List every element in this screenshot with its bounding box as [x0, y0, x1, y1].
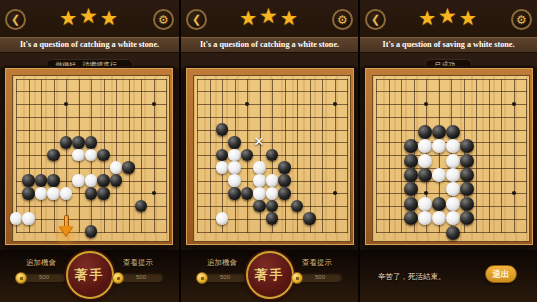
- black-stone: [432, 197, 446, 211]
- black-stone: [97, 187, 110, 200]
- black-stone: [47, 174, 60, 187]
- coin-count: 500: [202, 272, 248, 283]
- white-stone: [47, 187, 60, 200]
- black-stone: [216, 149, 229, 162]
- black-stone: [60, 136, 73, 149]
- white-stone: [228, 149, 241, 162]
- bottom-bar: 辛苦了，死活結束。 退出: [360, 250, 537, 302]
- black-stone: [404, 168, 418, 182]
- star-icon: ★: [79, 4, 100, 28]
- panel-capture-2: ❮ ★★★ ⚙ It's a question of catching a wh…: [179, 0, 358, 302]
- white-stone: [266, 174, 279, 187]
- white-stone: [432, 211, 446, 225]
- view-hint-button[interactable]: 查看提示 500: [103, 258, 173, 283]
- black-stone: [418, 168, 432, 182]
- star-point: [424, 191, 428, 195]
- black-stone: [446, 226, 460, 240]
- star-point: [245, 102, 249, 106]
- star-icon: ★: [438, 4, 459, 28]
- white-stone: [418, 211, 432, 225]
- white-stone: [22, 212, 35, 225]
- black-stone: [404, 211, 418, 225]
- black-stone: [404, 197, 418, 211]
- gear-icon: ⚙: [516, 13, 527, 27]
- black-stone: [216, 123, 229, 136]
- white-stone: [432, 139, 446, 153]
- white-stone: [10, 212, 23, 225]
- black-stone: [72, 136, 85, 149]
- black-stone: [432, 125, 446, 139]
- panel-life-death: ❮ ★★★ ⚙ It's a question of saving a whit…: [358, 0, 537, 302]
- star-icon: ★: [280, 6, 300, 30]
- white-stone: [72, 174, 85, 187]
- white-stone: [216, 212, 229, 225]
- arrow-down-icon: [59, 226, 73, 236]
- white-stone: [446, 197, 460, 211]
- top-bar: ❮ ★★★ ⚙: [360, 0, 537, 37]
- white-stone: [418, 139, 432, 153]
- go-board[interactable]: ✕: [193, 75, 351, 242]
- go-puzzle-triptych: ❮ ★★★ ⚙ It's a question of catching a wh…: [0, 0, 537, 302]
- white-stone: [35, 187, 48, 200]
- white-stone: [85, 149, 98, 162]
- board-region: [360, 68, 537, 250]
- x-mark-icon: ✕: [254, 134, 265, 149]
- white-stone: [85, 174, 98, 187]
- black-stone: [460, 197, 474, 211]
- black-stone: [278, 174, 291, 187]
- white-stone: [228, 174, 241, 187]
- star-point: [152, 102, 156, 106]
- white-stone: [253, 161, 266, 174]
- black-stone: [47, 149, 60, 162]
- black-stone: [97, 174, 110, 187]
- black-stone: [266, 149, 279, 162]
- star-icon: ★: [100, 6, 120, 30]
- star-point: [152, 191, 156, 195]
- coin-count: 500: [297, 272, 343, 283]
- coin-icon: [112, 272, 124, 284]
- white-stone: [228, 161, 241, 174]
- top-bar: ❮ ★★★ ⚙: [181, 0, 358, 37]
- black-stone: [253, 200, 266, 213]
- black-stone: [110, 174, 123, 187]
- white-stone: [110, 161, 123, 174]
- black-stone: [278, 187, 291, 200]
- white-stone: [446, 139, 460, 153]
- white-stone: [266, 187, 279, 200]
- white-stone: [418, 154, 432, 168]
- black-stone: [241, 187, 254, 200]
- white-stone: [253, 174, 266, 187]
- board-frame: [363, 66, 535, 247]
- black-stone: [97, 149, 110, 162]
- white-stone: [253, 187, 266, 200]
- white-stone: [446, 211, 460, 225]
- board-frame: [3, 66, 175, 247]
- arrow-down-icon: [64, 215, 69, 226]
- puzzle-title: It's a question of catching a white ston…: [181, 37, 358, 53]
- black-stone: [85, 187, 98, 200]
- settings-button[interactable]: ⚙: [332, 9, 353, 30]
- view-hint-label: 查看提示: [282, 258, 352, 268]
- panel-capture-1: ❮ ★★★ ⚙ It's a question of catching a wh…: [0, 0, 179, 302]
- white-stone: [418, 197, 432, 211]
- add-chance-label: 追加機會: [6, 258, 76, 268]
- star-icon: ★: [259, 4, 280, 28]
- white-stone: [432, 168, 446, 182]
- coin-icon: [291, 272, 303, 284]
- black-stone: [85, 136, 98, 149]
- puzzle-title: It's a question of saving a white stone.: [360, 37, 537, 53]
- board-frame: ✕: [184, 66, 356, 247]
- black-stone: [241, 149, 254, 162]
- black-stone: [278, 161, 291, 174]
- white-stone: [446, 182, 460, 196]
- white-stone: [446, 168, 460, 182]
- star-point: [333, 191, 337, 195]
- black-stone: [228, 136, 241, 149]
- top-bar: ❮ ★★★ ⚙: [0, 0, 179, 37]
- black-stone: [418, 125, 432, 139]
- bottom-bar: 追加機會 500 著手 查看提示 500: [181, 250, 358, 302]
- board-region: ✕: [181, 68, 358, 250]
- white-stone: [72, 149, 85, 162]
- coin-count: 500: [21, 272, 67, 283]
- star-icon: ★: [459, 6, 479, 30]
- coin-count: 500: [118, 272, 164, 283]
- bottom-bar: 追加機會 500 著手 查看提示 500: [0, 250, 179, 302]
- star-icon: ★: [418, 6, 438, 30]
- finish-message: 辛苦了，死活結束。: [378, 272, 446, 282]
- black-stone: [404, 182, 418, 196]
- white-stone: [216, 161, 229, 174]
- settings-button[interactable]: ⚙: [153, 9, 174, 30]
- view-hint-button[interactable]: 查看提示 500: [282, 258, 352, 283]
- black-stone: [460, 168, 474, 182]
- star-icon: ★: [59, 6, 79, 30]
- gear-icon: ⚙: [337, 13, 348, 27]
- black-stone: [460, 182, 474, 196]
- board-region: [0, 68, 179, 250]
- black-stone: [266, 200, 279, 213]
- star-point: [512, 191, 516, 195]
- black-stone: [446, 125, 460, 139]
- exit-button[interactable]: 退出: [485, 265, 517, 283]
- black-stone: [460, 211, 474, 225]
- black-stone: [460, 154, 474, 168]
- coin-icon: [15, 272, 27, 284]
- black-stone: [22, 187, 35, 200]
- black-stone: [460, 139, 474, 153]
- black-stone: [228, 187, 241, 200]
- star-icon: ★: [239, 6, 259, 30]
- white-stone: [60, 187, 73, 200]
- go-board[interactable]: [372, 75, 530, 242]
- white-stone: [446, 154, 460, 168]
- black-stone: [22, 174, 35, 187]
- go-board[interactable]: [12, 75, 170, 242]
- coin-icon: [196, 272, 208, 284]
- black-stone: [303, 212, 316, 225]
- black-stone: [135, 200, 148, 213]
- star-point: [333, 102, 337, 106]
- black-stone: [404, 139, 418, 153]
- black-stone: [266, 212, 279, 225]
- black-stone: [35, 174, 48, 187]
- star-point: [424, 102, 428, 106]
- star-point: [512, 102, 516, 106]
- view-hint-label: 查看提示: [103, 258, 173, 268]
- black-stone: [85, 225, 98, 238]
- black-stone: [122, 161, 135, 174]
- settings-button[interactable]: ⚙: [511, 9, 532, 30]
- black-stone: [291, 200, 304, 213]
- star-point: [64, 102, 68, 106]
- black-stone: [404, 154, 418, 168]
- gear-icon: ⚙: [158, 13, 169, 27]
- puzzle-title: It's a question of catching a white ston…: [0, 37, 179, 53]
